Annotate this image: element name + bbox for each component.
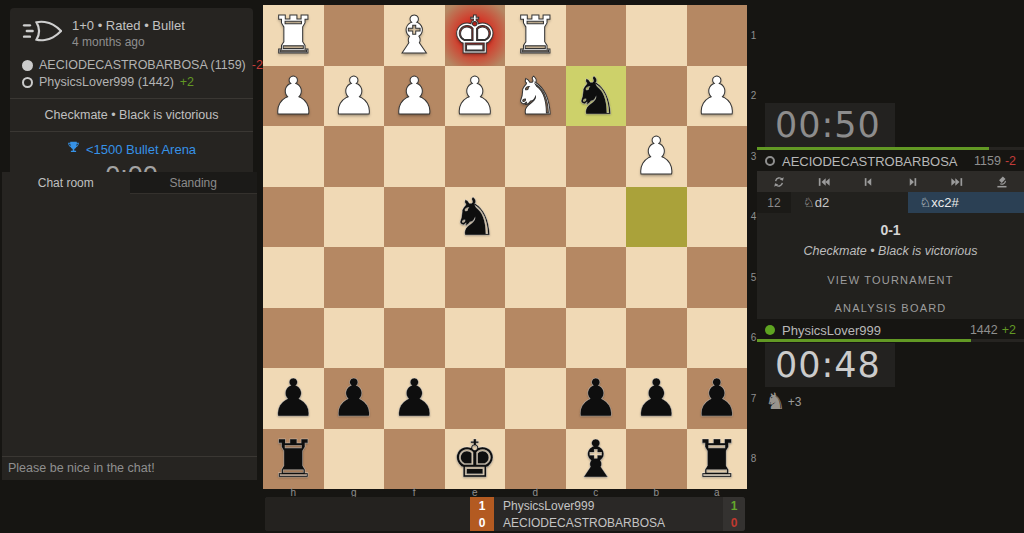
trophy-icon: [67, 141, 80, 157]
black-bishop: ♝: [572, 429, 619, 489]
square-b7[interactable]: ♟: [626, 368, 687, 429]
bullet-icon: [22, 17, 62, 49]
flip-board-button[interactable]: [757, 171, 802, 192]
square-b1[interactable]: [626, 5, 687, 66]
square-a6[interactable]: [687, 308, 748, 369]
square-d2[interactable]: ♞: [505, 66, 566, 127]
square-e3[interactable]: [445, 126, 506, 187]
square-e8[interactable]: ♚: [445, 429, 506, 490]
square-h6[interactable]: [263, 308, 324, 369]
black-king: ♚: [451, 429, 498, 489]
chat-panel: Chat room Standing Please be nice in the…: [2, 172, 257, 480]
black-rook: ♜: [270, 429, 317, 489]
square-c7[interactable]: ♟: [566, 368, 627, 429]
white-diff: -2: [1005, 154, 1016, 168]
material-score: +3: [788, 395, 802, 409]
last-move-button[interactable]: [935, 171, 980, 192]
black-color-icon: [22, 77, 33, 88]
crosstable: 1PhysicsLover99910AECIODECASTROBARBOSA0: [265, 497, 745, 531]
analysis-button[interactable]: [980, 171, 1024, 192]
crosstable-player-name[interactable]: AECIODECASTROBARBOSA: [494, 514, 723, 531]
divider: [10, 131, 253, 132]
black-rating: 1442: [970, 323, 998, 337]
white-clock: 00:50: [765, 103, 895, 147]
black-player-name: PhysicsLover999: [782, 323, 881, 338]
tab-chat-room[interactable]: Chat room: [2, 172, 130, 194]
material-advantage: ♞ +3: [765, 390, 801, 413]
square-h7[interactable]: ♟: [263, 368, 324, 429]
square-e7[interactable]: [445, 368, 506, 429]
square-d6[interactable]: [505, 308, 566, 369]
black-clock: 00:48: [765, 343, 895, 387]
captured-knight-icon: ♞: [765, 390, 786, 413]
black-move-current[interactable]: ♘xc2#: [908, 192, 1024, 213]
crosstable-row: 1PhysicsLover9991: [265, 497, 745, 514]
game-sidebar: 00:50 AECIODECASTROBARBOSA 1159 -2 12: [757, 0, 1024, 533]
white-king: ♚: [451, 5, 498, 65]
square-g2[interactable]: ♟: [324, 66, 385, 127]
square-b4[interactable]: [626, 187, 687, 248]
white-player-row[interactable]: AECIODECASTROBARBOSA 1159 -2: [757, 152, 1024, 170]
tab-standing[interactable]: Standing: [130, 172, 258, 194]
square-d7[interactable]: [505, 368, 566, 429]
square-e6[interactable]: [445, 308, 506, 369]
black-pawn: ♟: [572, 368, 619, 428]
tournament-link[interactable]: <1500 Bullet Arena: [22, 141, 241, 157]
square-g8[interactable]: [324, 429, 385, 490]
black-pawn: ♟: [693, 368, 740, 428]
square-e5[interactable]: [445, 247, 506, 308]
white-pawn: ♟: [330, 66, 377, 126]
square-c1[interactable]: [566, 5, 627, 66]
game-result-cell[interactable]: 0: [470, 514, 494, 531]
black-pawn: ♟: [633, 368, 680, 428]
online-status-icon: [765, 325, 775, 335]
move-navigation: [757, 171, 1024, 192]
square-f2[interactable]: ♟: [384, 66, 445, 127]
square-b2[interactable]: [626, 66, 687, 127]
black-rook: ♜: [693, 429, 740, 489]
game-result-cell[interactable]: 1: [470, 497, 494, 514]
square-b3[interactable]: ♟: [626, 126, 687, 187]
last-move-highlight: [626, 187, 687, 248]
square-f1[interactable]: ♝: [384, 5, 445, 66]
black-pawn: ♟: [270, 368, 317, 428]
move-list-row: 12 ♘d2 ♘xc2#: [757, 192, 1024, 213]
square-e4[interactable]: ♞: [445, 187, 506, 248]
chess-board[interactable]: ♜♝♚♜♟♟♟♟♞♞♟♟♞♟♟♟♟♟♟♜♚♝♜: [263, 5, 747, 489]
offline-status-icon: [765, 156, 775, 166]
crosstable-row: 0AECIODECASTROBARBOSA0: [265, 514, 745, 531]
square-b5[interactable]: [626, 247, 687, 308]
square-b8[interactable]: [626, 429, 687, 490]
black-player-line[interactable]: PhysicsLover999 (1442) +2: [22, 75, 241, 89]
square-f4[interactable]: [384, 187, 445, 248]
white-pawn: ♟: [270, 66, 317, 126]
white-rook: ♜: [270, 5, 317, 65]
square-c3[interactable]: [566, 126, 627, 187]
black-time-bar-fill: [757, 339, 971, 342]
square-d5[interactable]: [505, 247, 566, 308]
square-a7[interactable]: ♟: [687, 368, 748, 429]
white-knight: ♞: [512, 66, 559, 126]
white-time-bar-fill: [757, 147, 989, 150]
square-c8[interactable]: ♝: [566, 429, 627, 490]
next-move-button[interactable]: [891, 171, 936, 192]
game-mode: 1+0 • Rated • Bullet: [72, 18, 185, 33]
square-a4[interactable]: [687, 187, 748, 248]
black-player-row[interactable]: PhysicsLover999 1442 +2: [757, 321, 1024, 339]
square-g6[interactable]: [324, 308, 385, 369]
square-a1[interactable]: [687, 5, 748, 66]
square-g5[interactable]: [324, 247, 385, 308]
move-number: 12: [757, 192, 791, 213]
square-g7[interactable]: ♟: [324, 368, 385, 429]
game-status-text: Checkmate • Black is victorious: [22, 108, 241, 122]
result-score: 0-1: [757, 222, 1024, 238]
chat-input[interactable]: Please be nice in the chat!: [2, 456, 257, 480]
square-a3[interactable]: [687, 126, 748, 187]
game-date: 4 months ago: [72, 35, 185, 49]
square-b6[interactable]: [626, 308, 687, 369]
square-c4[interactable]: [566, 187, 627, 248]
result-panel: 0-1 Checkmate • Black is victorious VIEW…: [757, 213, 1024, 319]
white-rating-diff: -2: [252, 58, 263, 72]
previous-move-button[interactable]: [846, 171, 891, 192]
white-pawn: ♟: [391, 66, 438, 126]
square-h8[interactable]: ♜: [263, 429, 324, 490]
white-player-name: AECIODECASTROBARBOSA: [782, 154, 958, 169]
white-rating: 1159: [974, 154, 1001, 168]
white-time-bar: [757, 147, 1024, 150]
square-e1[interactable]: ♚: [445, 5, 506, 66]
square-h2[interactable]: ♟: [263, 66, 324, 127]
black-time-bar: [757, 339, 1024, 342]
white-pawn: ♟: [693, 66, 740, 126]
square-f6[interactable]: [384, 308, 445, 369]
square-a2[interactable]: ♟: [687, 66, 748, 127]
result-status: Checkmate • Black is victorious: [757, 244, 1024, 258]
square-a5[interactable]: [687, 247, 748, 308]
black-player-name-rating: PhysicsLover999 (1442): [39, 75, 174, 89]
square-g1[interactable]: [324, 5, 385, 66]
view-tournament-button[interactable]: VIEW TOURNAMENT: [757, 274, 1024, 286]
chat-messages: [2, 194, 257, 456]
square-h1[interactable]: ♜: [263, 5, 324, 66]
total-score: 0: [723, 514, 745, 531]
total-score: 1: [723, 497, 745, 514]
white-pawn: ♟: [451, 66, 498, 126]
black-knight: ♞: [451, 187, 498, 247]
analysis-board-button[interactable]: ANALYSIS BOARD: [757, 302, 1024, 314]
divider: [10, 98, 253, 99]
square-h5[interactable]: [263, 247, 324, 308]
square-g4[interactable]: [324, 187, 385, 248]
tournament-name: <1500 Bullet Arena: [86, 142, 196, 157]
square-d8[interactable]: [505, 429, 566, 490]
white-bishop: ♝: [391, 5, 438, 65]
crosstable-player-name[interactable]: PhysicsLover999: [494, 497, 723, 514]
square-e2[interactable]: ♟: [445, 66, 506, 127]
square-c5[interactable]: [566, 247, 627, 308]
square-g3[interactable]: [324, 126, 385, 187]
black-knight: ♞: [572, 66, 619, 126]
white-move[interactable]: ♘d2: [791, 192, 908, 213]
square-f5[interactable]: [384, 247, 445, 308]
square-c6[interactable]: [566, 308, 627, 369]
white-player-name-rating: AECIODECASTROBARBOSA (1159): [39, 58, 246, 72]
square-d1[interactable]: ♜: [505, 5, 566, 66]
white-player-line[interactable]: AECIODECASTROBARBOSA (1159) -2: [22, 58, 241, 72]
crosstable-empty-games: [265, 497, 470, 514]
white-rook: ♜: [512, 5, 559, 65]
black-pawn: ♟: [391, 368, 438, 428]
square-d3[interactable]: [505, 126, 566, 187]
square-f8[interactable]: [384, 429, 445, 490]
black-rating-diff: +2: [180, 75, 194, 89]
square-h4[interactable]: [263, 187, 324, 248]
first-move-button[interactable]: [802, 171, 847, 192]
square-d4[interactable]: [505, 187, 566, 248]
square-f3[interactable]: [384, 126, 445, 187]
square-h3[interactable]: [263, 126, 324, 187]
square-a8[interactable]: ♜: [687, 429, 748, 490]
black-pawn: ♟: [330, 368, 377, 428]
white-color-icon: [22, 60, 33, 71]
black-diff: +2: [1002, 323, 1016, 337]
white-pawn: ♟: [633, 126, 680, 186]
crosstable-empty-games: [265, 514, 470, 531]
square-c2[interactable]: ♞: [566, 66, 627, 127]
square-f7[interactable]: ♟: [384, 368, 445, 429]
